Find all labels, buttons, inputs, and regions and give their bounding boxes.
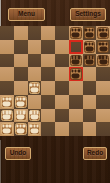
white-paw-piece[interactable] (15, 96, 27, 108)
paw-icon (71, 70, 80, 79)
square-r1c1[interactable] (0, 26, 14, 40)
square-r6c4[interactable] (41, 95, 55, 109)
square-r6c8[interactable] (96, 95, 110, 109)
square-r3c1[interactable] (0, 54, 14, 68)
white-paw-piece[interactable] (1, 123, 13, 135)
square-r5c5[interactable] (55, 81, 69, 95)
checkers-board (0, 26, 110, 136)
paw-icon (16, 111, 25, 120)
dark-paw-piece[interactable] (70, 27, 82, 39)
square-r5c8[interactable] (96, 81, 110, 95)
white-paw-piece[interactable] (15, 110, 27, 122)
square-r2c2[interactable] (14, 40, 28, 54)
square-r8c7[interactable] (83, 122, 97, 136)
square-r3c6[interactable] (69, 54, 83, 68)
square-r6c5[interactable] (55, 95, 69, 109)
square-r1c6[interactable] (69, 26, 83, 40)
square-r1c4[interactable] (41, 26, 55, 40)
square-r3c8[interactable] (96, 54, 110, 68)
square-r6c7[interactable] (83, 95, 97, 109)
paw-icon (85, 56, 94, 65)
square-r2c4[interactable] (41, 40, 55, 54)
square-r3c3[interactable] (28, 54, 42, 68)
white-paw-piece[interactable] (1, 110, 13, 122)
square-r5c3[interactable] (28, 81, 42, 95)
square-r7c4[interactable] (41, 109, 55, 123)
paw-icon (2, 97, 11, 106)
paw-icon (2, 125, 11, 134)
square-r7c5[interactable] (55, 109, 69, 123)
square-r2c3[interactable] (28, 40, 42, 54)
square-r5c4[interactable] (41, 81, 55, 95)
square-r7c7[interactable] (83, 109, 97, 123)
square-r8c6[interactable] (69, 122, 83, 136)
paw-icon (71, 28, 80, 37)
dark-paw-piece[interactable] (70, 55, 82, 67)
square-r3c5[interactable] (55, 54, 69, 68)
settings-button[interactable]: Settings (70, 8, 106, 21)
square-r4c3[interactable] (28, 67, 42, 81)
white-paw-piece[interactable] (29, 110, 41, 122)
square-r8c3[interactable] (28, 122, 42, 136)
square-r3c2[interactable] (14, 54, 28, 68)
square-r2c1[interactable] (0, 40, 14, 54)
square-r4c6[interactable] (69, 67, 83, 81)
square-r2c7[interactable] (83, 40, 97, 54)
paw-icon (99, 56, 108, 65)
square-r8c1[interactable] (0, 122, 14, 136)
dark-paw-piece[interactable] (84, 27, 96, 39)
square-r4c4[interactable] (41, 67, 55, 81)
paw-icon (30, 125, 39, 134)
square-r5c2[interactable] (14, 81, 28, 95)
square-r8c5[interactable] (55, 122, 69, 136)
square-r6c3[interactable] (28, 95, 42, 109)
game-window: Menu Settings Undo Redo (0, 0, 110, 183)
square-r2c6[interactable] (69, 40, 83, 54)
paw-icon (85, 28, 94, 37)
square-r1c3[interactable] (28, 26, 42, 40)
square-r6c2[interactable] (14, 95, 28, 109)
paw-icon (99, 28, 108, 37)
dark-paw-piece[interactable] (70, 68, 82, 80)
redo-button[interactable]: Redo (83, 147, 107, 160)
dark-paw-piece[interactable] (97, 27, 109, 39)
undo-button[interactable]: Undo (5, 147, 31, 160)
paw-icon (16, 97, 25, 106)
square-r3c7[interactable] (83, 54, 97, 68)
square-r1c7[interactable] (83, 26, 97, 40)
square-r3c4[interactable] (41, 54, 55, 68)
white-paw-piece[interactable] (29, 82, 41, 94)
dark-paw-piece[interactable] (97, 41, 109, 53)
paw-icon (30, 83, 39, 92)
bottom-bar: Undo Redo (0, 136, 110, 183)
square-r7c3[interactable] (28, 109, 42, 123)
square-r6c1[interactable] (0, 95, 14, 109)
square-r2c8[interactable] (96, 40, 110, 54)
square-r7c6[interactable] (69, 109, 83, 123)
square-r7c8[interactable] (96, 109, 110, 123)
square-r7c1[interactable] (0, 109, 14, 123)
paw-icon (2, 111, 11, 120)
square-r5c1[interactable] (0, 81, 14, 95)
square-r1c2[interactable] (14, 26, 28, 40)
square-r6c6[interactable] (69, 95, 83, 109)
dark-paw-piece[interactable] (97, 55, 109, 67)
paw-icon (99, 42, 108, 51)
dark-paw-piece[interactable] (84, 55, 96, 67)
white-paw-piece[interactable] (29, 123, 41, 135)
paw-icon (85, 42, 94, 51)
square-r2c5[interactable] (55, 40, 69, 54)
square-r4c5[interactable] (55, 67, 69, 81)
square-r5c6[interactable] (69, 81, 83, 95)
square-r4c8[interactable] (96, 67, 110, 81)
paw-icon (16, 125, 25, 134)
square-r4c2[interactable] (14, 67, 28, 81)
square-r8c8[interactable] (96, 122, 110, 136)
paw-icon (71, 56, 80, 65)
square-r8c4[interactable] (41, 122, 55, 136)
square-r5c7[interactable] (83, 81, 97, 95)
white-paw-piece[interactable] (1, 96, 13, 108)
menu-button[interactable]: Menu (8, 8, 45, 21)
dark-paw-piece[interactable] (84, 41, 96, 53)
square-r1c5[interactable] (55, 26, 69, 40)
white-paw-piece[interactable] (15, 123, 27, 135)
paw-icon (30, 111, 39, 120)
top-bar: Menu Settings (0, 0, 110, 26)
square-r4c1[interactable] (0, 67, 14, 81)
square-r7c2[interactable] (14, 109, 28, 123)
square-r8c2[interactable] (14, 122, 28, 136)
square-r1c8[interactable] (96, 26, 110, 40)
square-r4c7[interactable] (83, 67, 97, 81)
